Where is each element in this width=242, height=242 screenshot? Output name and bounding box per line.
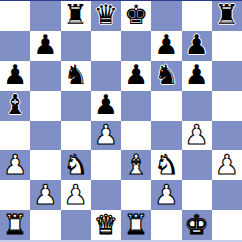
square-h4[interactable] [212, 121, 242, 151]
white-pawn[interactable]: ♟ [94, 121, 118, 148]
white-pawn[interactable]: ♟ [33, 181, 57, 208]
square-b7[interactable]: ♟ [30, 31, 60, 61]
square-b5[interactable] [30, 91, 60, 121]
square-e2[interactable] [121, 180, 151, 210]
black-pawn[interactable]: ♟ [33, 31, 57, 58]
square-h1[interactable] [212, 210, 242, 240]
square-h2[interactable] [212, 180, 242, 210]
square-e3[interactable]: ♝ [121, 150, 151, 180]
square-a6[interactable]: ♟ [0, 61, 30, 91]
white-queen[interactable]: ♛ [94, 211, 118, 238]
white-knight[interactable]: ♞ [64, 151, 88, 178]
square-d7[interactable] [91, 31, 121, 61]
square-e8[interactable]: ♚ [121, 1, 151, 31]
square-f4[interactable] [151, 121, 181, 151]
square-g5[interactable] [182, 91, 212, 121]
white-pawn[interactable]: ♟ [185, 121, 209, 148]
black-pawn[interactable]: ♟ [3, 61, 27, 88]
square-g3[interactable] [182, 150, 212, 180]
square-c3[interactable]: ♞ [61, 150, 91, 180]
square-b1[interactable] [30, 210, 60, 240]
square-g8[interactable] [182, 1, 212, 31]
square-c1[interactable] [61, 210, 91, 240]
white-rook[interactable]: ♜ [3, 211, 27, 238]
square-e1[interactable]: ♜ [121, 210, 151, 240]
square-d4[interactable]: ♟ [91, 121, 121, 151]
black-pawn[interactable]: ♟ [94, 91, 118, 118]
square-a4[interactable] [0, 121, 30, 151]
square-h3[interactable]: ♟ [212, 150, 242, 180]
square-h8[interactable]: ♜ [212, 1, 242, 31]
square-c2[interactable]: ♟ [61, 180, 91, 210]
square-f2[interactable]: ♟ [151, 180, 181, 210]
black-queen[interactable]: ♛ [94, 1, 118, 28]
square-f6[interactable]: ♞ [151, 61, 181, 91]
square-c4[interactable] [61, 121, 91, 151]
square-d6[interactable] [91, 61, 121, 91]
black-king[interactable]: ♚ [124, 1, 148, 28]
square-g6[interactable]: ♟ [182, 61, 212, 91]
square-g4[interactable]: ♟ [182, 121, 212, 151]
white-knight[interactable]: ♞ [154, 151, 178, 178]
square-d2[interactable] [91, 180, 121, 210]
square-f5[interactable] [151, 91, 181, 121]
square-f7[interactable]: ♟ [151, 31, 181, 61]
black-knight[interactable]: ♞ [64, 61, 88, 88]
square-f8[interactable] [151, 1, 181, 31]
square-a5[interactable]: ♝ [0, 91, 30, 121]
square-e4[interactable] [121, 121, 151, 151]
square-a8[interactable] [0, 1, 30, 31]
square-b3[interactable] [30, 150, 60, 180]
black-pawn[interactable]: ♟ [124, 61, 148, 88]
square-c7[interactable] [61, 31, 91, 61]
chess-board: ♜♛♚♜♟♟♟♟♞♟♞♟♝♟♟♟♟♞♝♞♟♟♟♟♜♛♜♚ [0, 0, 242, 242]
square-a7[interactable] [0, 31, 30, 61]
white-pawn[interactable]: ♟ [215, 151, 239, 178]
square-a2[interactable] [0, 180, 30, 210]
square-b6[interactable] [30, 61, 60, 91]
black-knight[interactable]: ♞ [154, 61, 178, 88]
square-g2[interactable] [182, 180, 212, 210]
black-pawn[interactable]: ♟ [185, 31, 209, 58]
square-h5[interactable] [212, 91, 242, 121]
square-d1[interactable]: ♛ [91, 210, 121, 240]
square-h7[interactable] [212, 31, 242, 61]
white-bishop[interactable]: ♝ [124, 151, 148, 178]
black-pawn[interactable]: ♟ [154, 31, 178, 58]
black-bishop[interactable]: ♝ [3, 91, 27, 118]
square-f1[interactable] [151, 210, 181, 240]
square-g1[interactable]: ♚ [182, 210, 212, 240]
square-g7[interactable]: ♟ [182, 31, 212, 61]
square-a1[interactable]: ♜ [0, 210, 30, 240]
white-pawn[interactable]: ♟ [3, 151, 27, 178]
square-c6[interactable]: ♞ [61, 61, 91, 91]
square-e7[interactable] [121, 31, 151, 61]
square-f3[interactable]: ♞ [151, 150, 181, 180]
white-pawn[interactable]: ♟ [64, 181, 88, 208]
white-king[interactable]: ♚ [185, 211, 209, 238]
black-rook[interactable]: ♜ [64, 1, 88, 28]
square-c8[interactable]: ♜ [61, 1, 91, 31]
black-rook[interactable]: ♜ [215, 1, 239, 28]
square-c5[interactable] [61, 91, 91, 121]
square-d5[interactable]: ♟ [91, 91, 121, 121]
square-b4[interactable] [30, 121, 60, 151]
square-h6[interactable] [212, 61, 242, 91]
square-d8[interactable]: ♛ [91, 1, 121, 31]
square-e6[interactable]: ♟ [121, 61, 151, 91]
square-d3[interactable] [91, 150, 121, 180]
square-b2[interactable]: ♟ [30, 180, 60, 210]
square-a3[interactable]: ♟ [0, 150, 30, 180]
black-pawn[interactable]: ♟ [185, 61, 209, 88]
square-b8[interactable] [30, 1, 60, 31]
white-pawn[interactable]: ♟ [154, 181, 178, 208]
square-e5[interactable] [121, 91, 151, 121]
white-rook[interactable]: ♜ [124, 211, 148, 238]
